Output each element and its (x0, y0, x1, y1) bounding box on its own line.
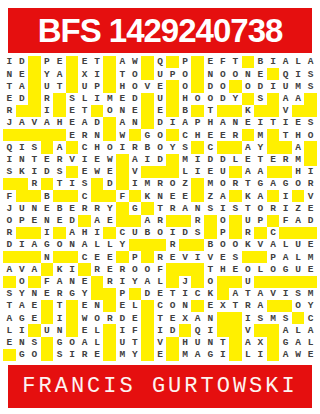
grid-cell: F (154, 263, 167, 275)
grid-cell: T (78, 105, 91, 117)
grid-block-cell (279, 166, 292, 178)
grid-cell: D (154, 117, 167, 129)
grid-block-cell (91, 105, 104, 117)
grid-cell: O (217, 68, 230, 80)
grid-cell: E (217, 251, 230, 263)
grid-cell: R (116, 263, 129, 275)
grid-block-cell (28, 251, 41, 263)
grid-block-cell (217, 105, 230, 117)
grid-cell: Y (166, 141, 179, 153)
grid-cell: E (154, 105, 167, 117)
grid-cell: U (292, 239, 305, 251)
grid-block-cell (166, 215, 179, 227)
grid-cell: U (41, 80, 54, 92)
grid-cell: D (116, 312, 129, 324)
grid-cell: P (267, 251, 280, 263)
grid-cell: Y (254, 141, 267, 153)
title-bar: BFS 1429240738 (8, 8, 312, 53)
grid-cell: N (154, 190, 167, 202)
grid-block-cell (191, 56, 204, 68)
grid-cell: E (28, 215, 41, 227)
grid-block-cell (166, 166, 179, 178)
grid-block-cell (116, 154, 129, 166)
grid-cell: N (41, 251, 54, 263)
grid-cell: B (254, 56, 267, 68)
grid-cell: M (204, 178, 217, 190)
grid-cell: I (191, 251, 204, 263)
grid-cell: I (179, 288, 192, 300)
grid-cell: M (141, 178, 154, 190)
grid-block-cell (191, 178, 204, 190)
grid-block-cell (53, 129, 66, 141)
grid-block-cell (103, 324, 116, 336)
grid-cell: K (242, 239, 255, 251)
grid-cell: J (3, 117, 16, 129)
grid-cell: E (3, 93, 16, 105)
grid-cell: U (154, 93, 167, 105)
grid-cell: E (229, 263, 242, 275)
grid-block-cell (267, 337, 280, 349)
grid-block-cell (304, 141, 317, 153)
grid-cell: E (103, 215, 116, 227)
grid-cell: A (78, 117, 91, 129)
grid-block-cell (141, 337, 154, 349)
grid-cell: S (28, 337, 41, 349)
grid-cell: E (78, 324, 91, 336)
grid-block-cell (242, 93, 255, 105)
grid-cell: I (166, 117, 179, 129)
grid-cell: O (217, 80, 230, 92)
grid-block-cell (267, 276, 280, 288)
grid-cell: G (279, 263, 292, 275)
grid-cell: D (179, 227, 192, 239)
grid-cell: N (91, 300, 104, 312)
grid-cell: R (267, 202, 280, 214)
grid-cell: C (78, 190, 91, 202)
grid-cell: A (279, 251, 292, 263)
grid-cell: U (279, 80, 292, 92)
grid-block-cell (242, 129, 255, 141)
grid-cell: U (217, 166, 230, 178)
grid-cell: O (154, 141, 167, 153)
grid-block-cell (41, 178, 54, 190)
grid-block-cell (103, 337, 116, 349)
grid-cell: Y (103, 202, 116, 214)
grid-cell: B (141, 141, 154, 153)
grid-cell: E (28, 312, 41, 324)
grid-block-cell (217, 324, 230, 336)
grid-cell: I (78, 154, 91, 166)
grid-cell: C (179, 129, 192, 141)
grid-block-cell (41, 263, 54, 275)
grid-block-cell (41, 349, 54, 361)
grid-cell: A (254, 190, 267, 202)
grid-cell: A (53, 276, 66, 288)
grid-cell: S (53, 349, 66, 361)
grid-block-cell (103, 117, 116, 129)
grid-block-cell (229, 349, 242, 361)
grid-cell: O (28, 349, 41, 361)
grid-cell: S (304, 80, 317, 92)
grid-cell: D (16, 56, 29, 68)
grid-block-cell (191, 190, 204, 202)
grid-cell: E (129, 105, 142, 117)
grid-block-cell (254, 105, 267, 117)
grid-cell: O (267, 263, 280, 275)
grid-cell: U (242, 215, 255, 227)
grid-cell: S (292, 288, 305, 300)
grid-cell: A (179, 117, 192, 129)
grid-cell: E (154, 349, 167, 361)
grid-cell: Y (129, 349, 142, 361)
grid-block-cell (103, 190, 116, 202)
grid-cell: L (129, 300, 142, 312)
grid-cell: T (154, 202, 167, 214)
grid-cell: A (292, 141, 305, 153)
grid-cell: W (103, 154, 116, 166)
grid-cell: N (66, 276, 79, 288)
grid-cell: C (204, 141, 217, 153)
grid-cell: R (78, 129, 91, 141)
grid-cell: A (242, 337, 255, 349)
grid-cell: N (204, 312, 217, 324)
grid-cell: L (292, 56, 305, 68)
grid-cell: E (103, 166, 116, 178)
grid-block-cell (229, 190, 242, 202)
grid-cell: X (179, 312, 192, 324)
grid-block-cell (154, 166, 167, 178)
grid-block-cell (166, 349, 179, 361)
grid-cell: A (28, 263, 41, 275)
grid-block-cell (41, 129, 54, 141)
grid-cell: A (217, 190, 230, 202)
author-bar: FRANCIS GURTOWSKI (8, 365, 312, 408)
grid-cell: R (229, 129, 242, 141)
grid-cell: I (116, 141, 129, 153)
grid-block-cell (292, 105, 305, 117)
grid-block-cell (66, 68, 79, 80)
grid-cell: C (78, 141, 91, 153)
grid-cell: X (78, 68, 91, 80)
grid-cell: T (254, 154, 267, 166)
grid-cell: D (254, 80, 267, 92)
grid-cell: V (66, 154, 79, 166)
grid-cell: E (204, 56, 217, 68)
grid-block-cell (217, 276, 230, 288)
grid-cell: W (116, 129, 129, 141)
grid-cell: P (166, 68, 179, 80)
grid-cell: T (217, 337, 230, 349)
grid-cell: A (78, 337, 91, 349)
grid-cell: T (53, 80, 66, 92)
grid-cell: O (254, 202, 267, 214)
grid-block-cell (166, 129, 179, 141)
grid-block-cell (279, 141, 292, 153)
grid-cell: E (66, 129, 79, 141)
grid-block-cell (141, 251, 154, 263)
grid-cell: G (279, 178, 292, 190)
grid-block-cell (191, 263, 204, 275)
grid-cell: I (154, 324, 167, 336)
grid-block-cell (191, 239, 204, 251)
grid-cell: O (129, 263, 142, 275)
grid-cell: U (154, 68, 167, 80)
grid-cell: P (254, 215, 267, 227)
grid-cell: I (91, 93, 104, 105)
grid-cell: D (304, 215, 317, 227)
grid-block-cell (267, 105, 280, 117)
grid-cell: E (254, 68, 267, 80)
grid-cell: I (16, 141, 29, 153)
grid-cell: E (154, 80, 167, 92)
grid-cell: Z (204, 190, 217, 202)
grid-cell: T (91, 56, 104, 68)
grid-block-cell (166, 337, 179, 349)
grid-cell: O (103, 105, 116, 117)
grid-cell: Y (41, 68, 54, 80)
grid-cell: O (242, 80, 255, 92)
grid-cell: V (154, 337, 167, 349)
grid-block-cell (66, 312, 79, 324)
grid-cell: V (204, 251, 217, 263)
grid-cell: H (217, 263, 230, 275)
grid-cell: F (3, 190, 16, 202)
grid-block-cell (254, 276, 267, 288)
grid-block-cell (267, 300, 280, 312)
grid-cell: S (304, 68, 317, 80)
grid-cell: S (229, 202, 242, 214)
grid-block-cell (292, 276, 305, 288)
grid-cell: C (304, 312, 317, 324)
grid-cell: D (3, 239, 16, 251)
grid-cell: V (267, 288, 280, 300)
grid-cell: I (91, 68, 104, 80)
grid-cell: A (279, 349, 292, 361)
grid-cell: M (254, 129, 267, 141)
grid-cell: G (16, 312, 29, 324)
grid-cell: A (179, 202, 192, 214)
grid-cell: B (204, 239, 217, 251)
grid-cell: K (204, 288, 217, 300)
grid-block-cell (229, 141, 242, 153)
grid-cell: E (217, 129, 230, 141)
grid-cell: I (41, 227, 54, 239)
grid-cell: O (91, 312, 104, 324)
grid-cell: M (304, 251, 317, 263)
grid-block-cell (141, 349, 154, 361)
grid-cell: E (41, 154, 54, 166)
grid-block-cell (28, 80, 41, 92)
grid-block-cell (53, 251, 66, 263)
grid-cell: S (304, 117, 317, 129)
grid-cell: P (41, 56, 54, 68)
grid-cell: R (154, 215, 167, 227)
grid-cell: I (204, 324, 217, 336)
grid-cell: L (292, 324, 305, 336)
grid-block-cell (141, 93, 154, 105)
grid-block-cell (103, 227, 116, 239)
grid-cell: U (116, 337, 129, 349)
grid-cell: Q (191, 324, 204, 336)
grid-block-cell (16, 227, 29, 239)
grid-cell: O (229, 239, 242, 251)
grid-cell: R (78, 202, 91, 214)
grid-cell: F (217, 56, 230, 68)
grid-cell: E (78, 56, 91, 68)
grid-cell: A (279, 324, 292, 336)
grid-block-cell (191, 141, 204, 153)
grid-cell: A (53, 141, 66, 153)
grid-block-cell (141, 300, 154, 312)
grid-cell: L (78, 93, 91, 105)
grid-block-cell (191, 300, 204, 312)
grid-cell: Z (292, 202, 305, 214)
grid-cell: E (267, 154, 280, 166)
grid-block-cell (3, 276, 16, 288)
grid-block-cell (254, 324, 267, 336)
grid-cell: R (3, 227, 16, 239)
grid-block-cell (304, 227, 317, 239)
grid-cell: E (91, 251, 104, 263)
grid-block-cell (141, 56, 154, 68)
grid-block-cell (66, 141, 79, 153)
grid-block-cell (217, 312, 230, 324)
grid-cell: N (28, 202, 41, 214)
grid-cell: V (16, 263, 29, 275)
grid-cell: E (292, 117, 305, 129)
grid-cell: K (141, 190, 154, 202)
grid-cell: D (129, 93, 142, 105)
grid-block-cell (28, 93, 41, 105)
grid-block-cell (16, 178, 29, 190)
grid-cell: D (204, 154, 217, 166)
grid-cell: S (179, 141, 192, 153)
grid-cell: Y (78, 288, 91, 300)
grid-cell: R (154, 178, 167, 190)
grid-block-cell (229, 105, 242, 117)
grid-cell: E (116, 300, 129, 312)
grid-cell: W (292, 349, 305, 361)
grid-block-cell (53, 93, 66, 105)
grid-cell: I (116, 324, 129, 336)
grid-cell: A (292, 337, 305, 349)
grid-block-cell (279, 227, 292, 239)
grid-cell: A (267, 178, 280, 190)
grid-cell: N (91, 129, 104, 141)
grid-block-cell (141, 239, 154, 251)
grid-cell: N (191, 202, 204, 214)
grid-cell: A (229, 288, 242, 300)
grid-cell: P (191, 117, 204, 129)
grid-block-cell (16, 251, 29, 263)
grid-block-cell (267, 166, 280, 178)
grid-block-cell (28, 105, 41, 117)
grid-cell: E (103, 263, 116, 275)
grid-block-cell (103, 129, 116, 141)
grid-block-cell (267, 141, 280, 153)
grid-cell: O (242, 263, 255, 275)
grid-cell: E (91, 154, 104, 166)
grid-block-cell (179, 263, 192, 275)
grid-cell: M (304, 288, 317, 300)
grid-cell: A (129, 154, 142, 166)
grid-cell: F (129, 324, 142, 336)
grid-cell: U (41, 324, 54, 336)
grid-block-cell (166, 154, 179, 166)
grid-cell: A (191, 312, 204, 324)
grid-cell: T (204, 263, 217, 275)
grid-cell: V (179, 251, 192, 263)
grid-cell: V (141, 80, 154, 92)
grid-cell: G (41, 239, 54, 251)
grid-block-cell (66, 80, 79, 92)
grid-cell: R (129, 141, 142, 153)
grid-cell: E (129, 312, 142, 324)
grid-cell: L (3, 324, 16, 336)
grid-cell: O (66, 337, 79, 349)
grid-cell: E (204, 166, 217, 178)
grid-cell: P (129, 251, 142, 263)
grid-cell: H (179, 93, 192, 105)
grid-cell: E (91, 349, 104, 361)
grid-cell: T (154, 312, 167, 324)
grid-cell: O (141, 263, 154, 275)
grid-cell: O (16, 276, 29, 288)
grid-cell: D (16, 93, 29, 105)
grid-cell: T (229, 300, 242, 312)
grid-cell: M (292, 80, 305, 92)
grid-cell: R (166, 239, 179, 251)
grid-block-cell (304, 93, 317, 105)
grid-block-cell (254, 227, 267, 239)
grid-block-cell (179, 215, 192, 227)
grid-block-cell (267, 129, 280, 141)
grid-cell: L (91, 337, 104, 349)
grid-cell: D (204, 80, 217, 92)
grid-block-cell (229, 80, 242, 92)
grid-cell: E (242, 154, 255, 166)
grid-cell: S (78, 178, 91, 190)
grid-cell: E (53, 215, 66, 227)
grid-cell: A (91, 215, 104, 227)
grid-cell: F (41, 276, 54, 288)
grid-cell: V (254, 239, 267, 251)
grid-cell: T (242, 288, 255, 300)
grid-cell: G (254, 178, 267, 190)
grid-cell: V (129, 166, 142, 178)
grid-cell: A (242, 166, 255, 178)
grid-cell: Q (279, 68, 292, 80)
grid-block-cell (279, 276, 292, 288)
grid-block-cell (116, 202, 129, 214)
grid-cell: O (204, 93, 217, 105)
grid-cell: J (179, 276, 192, 288)
grid-cell: H (91, 141, 104, 153)
grid-block-cell (3, 178, 16, 190)
grid-cell: O (129, 80, 142, 92)
author-name: FRANCIS GURTOWSKI (22, 376, 297, 398)
grid-cell: I (91, 227, 104, 239)
grid-block-cell (229, 227, 242, 239)
grid-cell: A (217, 117, 230, 129)
grid-cell: I (141, 154, 154, 166)
grid-cell: A (53, 68, 66, 80)
grid-cell: A (304, 56, 317, 68)
grid-cell: R (304, 178, 317, 190)
grid-cell: M (179, 154, 192, 166)
grid-cell: D (217, 154, 230, 166)
grid-cell: P (217, 227, 230, 239)
